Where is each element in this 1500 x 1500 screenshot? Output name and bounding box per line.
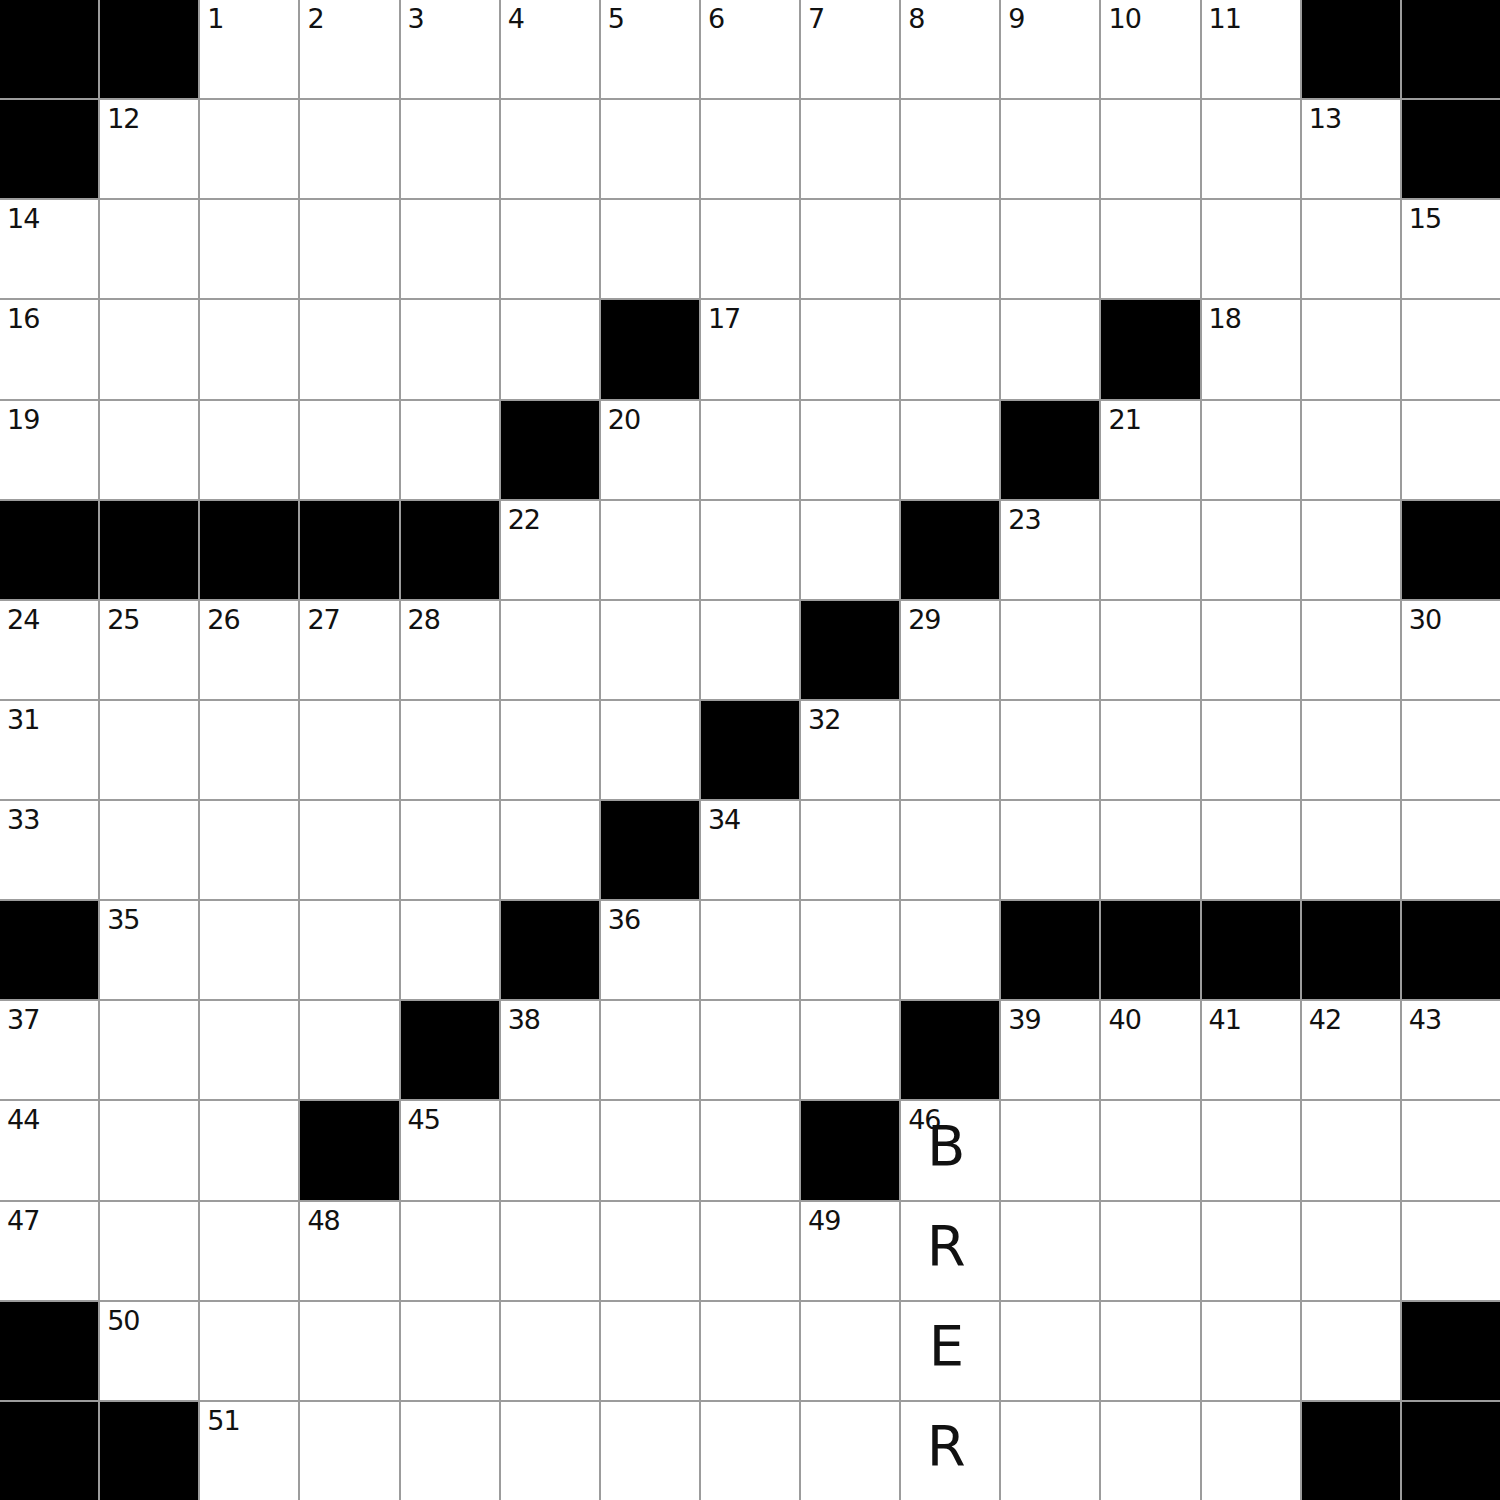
cell-8-5[interactable] [501, 801, 599, 899]
cell-13-3[interactable] [300, 1302, 398, 1400]
cell-3-5[interactable] [501, 300, 599, 398]
clue-number: 42 [1309, 1005, 1341, 1035]
block-cell-5-3 [300, 501, 398, 599]
block-cell-6-8 [801, 601, 899, 699]
cell-13-6[interactable] [601, 1302, 699, 1400]
cell-1-13[interactable]: 13 [1302, 100, 1400, 198]
cell-11-10[interactable] [1001, 1101, 1099, 1199]
clue-number: 15 [1409, 204, 1441, 234]
cell-13-1[interactable]: 50 [100, 1302, 198, 1400]
clue-number: 34 [708, 805, 740, 835]
cell-1-8[interactable] [801, 100, 899, 198]
cell-1-9[interactable] [901, 100, 999, 198]
block-cell-9-11 [1101, 901, 1199, 999]
block-cell-14-0 [0, 1402, 98, 1500]
cell-1-12[interactable] [1202, 100, 1300, 198]
cell-3-9[interactable] [901, 300, 999, 398]
cell-12-5[interactable] [501, 1202, 599, 1300]
cell-3-13[interactable] [1302, 300, 1400, 398]
cell-13-5[interactable] [501, 1302, 599, 1400]
cell-1-6[interactable] [601, 100, 699, 198]
clue-number: 20 [608, 405, 640, 435]
block-cell-14-14 [1402, 1402, 1500, 1500]
block-cell-14-1 [100, 1402, 198, 1500]
cell-14-7[interactable] [701, 1402, 799, 1500]
cell-0-6[interactable]: 5 [601, 0, 699, 98]
cell-11-0[interactable]: 44 [0, 1101, 98, 1199]
cell-14-9[interactable]: R [901, 1402, 999, 1500]
cell-5-10[interactable]: 23 [1001, 501, 1099, 599]
cell-14-12[interactable] [1202, 1402, 1300, 1500]
cell-6-1[interactable]: 25 [100, 601, 198, 699]
cell-14-2[interactable]: 51 [200, 1402, 298, 1500]
block-cell-5-2 [200, 501, 298, 599]
clue-number: 47 [7, 1206, 39, 1236]
clue-number: 2 [307, 4, 323, 34]
cell-8-12[interactable] [1202, 801, 1300, 899]
cell-8-10[interactable] [1001, 801, 1099, 899]
clue-number: 28 [408, 605, 440, 635]
cell-letter: B [927, 1118, 965, 1174]
cell-11-11[interactable] [1101, 1101, 1199, 1199]
block-cell-9-10 [1001, 901, 1099, 999]
cell-0-2[interactable]: 1 [200, 0, 298, 98]
cell-8-7[interactable]: 34 [701, 801, 799, 899]
clue-number: 18 [1209, 304, 1241, 334]
cell-6-2[interactable]: 26 [200, 601, 298, 699]
cell-7-3[interactable] [300, 701, 398, 799]
cell-0-5[interactable]: 4 [501, 0, 599, 98]
cell-10-11[interactable]: 40 [1101, 1001, 1199, 1099]
crossword-board: 1234567891011121314151617181920212223242… [0, 0, 1500, 1500]
cell-3-10[interactable] [1001, 300, 1099, 398]
cell-0-10[interactable]: 9 [1001, 0, 1099, 98]
cell-6-11[interactable] [1101, 601, 1199, 699]
clue-number: 17 [708, 304, 740, 334]
cell-5-5[interactable]: 22 [501, 501, 599, 599]
cell-7-2[interactable] [200, 701, 298, 799]
block-cell-14-13 [1302, 1402, 1400, 1500]
clue-number: 9 [1008, 4, 1024, 34]
cell-10-5[interactable]: 38 [501, 1001, 599, 1099]
cell-0-4[interactable]: 3 [401, 0, 499, 98]
block-cell-8-6 [601, 801, 699, 899]
cell-12-14[interactable] [1402, 1202, 1500, 1300]
cell-4-13[interactable] [1302, 401, 1400, 499]
clue-number: 37 [7, 1005, 39, 1035]
cell-5-12[interactable] [1202, 501, 1300, 599]
cell-2-6[interactable] [601, 200, 699, 298]
clue-number: 3 [408, 4, 424, 34]
cell-13-9[interactable]: E [901, 1302, 999, 1400]
cell-11-13[interactable] [1302, 1101, 1400, 1199]
cell-10-14[interactable]: 43 [1402, 1001, 1500, 1099]
cell-12-0[interactable]: 47 [0, 1202, 98, 1300]
cell-6-10[interactable] [1001, 601, 1099, 699]
cell-14-4[interactable] [401, 1402, 499, 1500]
cell-1-5[interactable] [501, 100, 599, 198]
cell-12-7[interactable] [701, 1202, 799, 1300]
cell-7-0[interactable]: 31 [0, 701, 98, 799]
clue-number: 41 [1209, 1005, 1241, 1035]
cell-4-6[interactable]: 20 [601, 401, 699, 499]
clue-number: 32 [808, 705, 840, 735]
cell-13-4[interactable] [401, 1302, 499, 1400]
cell-0-12[interactable]: 11 [1202, 0, 1300, 98]
cell-7-6[interactable] [601, 701, 699, 799]
cell-9-8[interactable] [801, 901, 899, 999]
clue-number: 30 [1409, 605, 1441, 635]
cell-13-10[interactable] [1001, 1302, 1099, 1400]
cell-9-3[interactable] [300, 901, 398, 999]
clue-number: 13 [1309, 104, 1341, 134]
cell-8-1[interactable] [100, 801, 198, 899]
cell-13-8[interactable] [801, 1302, 899, 1400]
cell-12-12[interactable] [1202, 1202, 1300, 1300]
cell-14-3[interactable] [300, 1402, 398, 1500]
cell-10-1[interactable] [100, 1001, 198, 1099]
cell-11-1[interactable] [100, 1101, 198, 1199]
cell-7-9[interactable] [901, 701, 999, 799]
block-cell-13-14 [1402, 1302, 1500, 1400]
cell-11-5[interactable] [501, 1101, 599, 1199]
cell-5-11[interactable] [1101, 501, 1199, 599]
cell-8-13[interactable] [1302, 801, 1400, 899]
block-cell-9-14 [1402, 901, 1500, 999]
clue-number: 12 [107, 104, 139, 134]
clue-number: 43 [1409, 1005, 1441, 1035]
clue-number: 10 [1108, 4, 1140, 34]
block-cell-9-13 [1302, 901, 1400, 999]
cell-10-10[interactable]: 39 [1001, 1001, 1099, 1099]
cell-0-11[interactable]: 10 [1101, 0, 1199, 98]
cell-14-11[interactable] [1101, 1402, 1199, 1500]
cell-4-3[interactable] [300, 401, 398, 499]
cell-9-9[interactable] [901, 901, 999, 999]
cell-8-8[interactable] [801, 801, 899, 899]
block-cell-9-5 [501, 901, 599, 999]
cell-4-7[interactable] [701, 401, 799, 499]
cell-1-3[interactable] [300, 100, 398, 198]
cell-1-11[interactable] [1101, 100, 1199, 198]
clue-number: 4 [508, 4, 524, 34]
cell-12-10[interactable] [1001, 1202, 1099, 1300]
block-cell-7-7 [701, 701, 799, 799]
cell-10-3[interactable] [300, 1001, 398, 1099]
cell-4-14[interactable] [1402, 401, 1500, 499]
clue-number: 21 [1108, 405, 1140, 435]
clue-number: 11 [1209, 4, 1241, 34]
cell-3-2[interactable] [200, 300, 298, 398]
block-cell-0-14 [1402, 0, 1500, 98]
cell-3-14[interactable] [1402, 300, 1500, 398]
block-cell-13-0 [0, 1302, 98, 1400]
cell-3-4[interactable] [401, 300, 499, 398]
cell-12-6[interactable] [601, 1202, 699, 1300]
cell-7-13[interactable] [1302, 701, 1400, 799]
cell-8-0[interactable]: 33 [0, 801, 98, 899]
cell-10-0[interactable]: 37 [0, 1001, 98, 1099]
block-cell-1-0 [0, 100, 98, 198]
cell-12-11[interactable] [1101, 1202, 1199, 1300]
clue-number: 16 [7, 304, 39, 334]
cell-2-10[interactable] [1001, 200, 1099, 298]
cell-11-12[interactable] [1202, 1101, 1300, 1199]
cell-letter: R [927, 1218, 966, 1274]
cell-8-9[interactable] [901, 801, 999, 899]
cell-10-12[interactable]: 41 [1202, 1001, 1300, 1099]
cell-11-7[interactable] [701, 1101, 799, 1199]
cell-3-8[interactable] [801, 300, 899, 398]
block-cell-10-4 [401, 1001, 499, 1099]
cell-8-3[interactable] [300, 801, 398, 899]
block-cell-5-9 [901, 501, 999, 599]
cell-13-2[interactable] [200, 1302, 298, 1400]
cell-11-4[interactable]: 45 [401, 1101, 499, 1199]
cell-8-2[interactable] [200, 801, 298, 899]
clue-number: 6 [708, 4, 724, 34]
clue-number: 49 [808, 1206, 840, 1236]
cell-9-7[interactable] [701, 901, 799, 999]
cell-2-13[interactable] [1302, 200, 1400, 298]
cell-12-9[interactable]: R [901, 1202, 999, 1300]
cell-2-14[interactable]: 15 [1402, 200, 1500, 298]
cell-8-4[interactable] [401, 801, 499, 899]
block-cell-3-11 [1101, 300, 1199, 398]
cell-7-8[interactable]: 32 [801, 701, 899, 799]
cell-5-6[interactable] [601, 501, 699, 599]
block-cell-9-12 [1202, 901, 1300, 999]
cell-6-9[interactable]: 29 [901, 601, 999, 699]
cell-2-5[interactable] [501, 200, 599, 298]
cell-14-6[interactable] [601, 1402, 699, 1500]
cell-2-3[interactable] [300, 200, 398, 298]
cell-14-8[interactable] [801, 1402, 899, 1500]
block-cell-4-10 [1001, 401, 1099, 499]
cell-letter: R [927, 1418, 966, 1474]
cell-3-3[interactable] [300, 300, 398, 398]
block-cell-3-6 [601, 300, 699, 398]
clue-number: 1 [207, 4, 223, 34]
block-cell-10-9 [901, 1001, 999, 1099]
cell-2-0[interactable]: 14 [0, 200, 98, 298]
cell-10-8[interactable] [801, 1001, 899, 1099]
cell-10-6[interactable] [601, 1001, 699, 1099]
cell-4-2[interactable] [200, 401, 298, 499]
clue-number: 27 [307, 605, 339, 635]
clue-number: 50 [107, 1306, 139, 1336]
cell-6-3[interactable]: 27 [300, 601, 398, 699]
cell-1-1[interactable]: 12 [100, 100, 198, 198]
cell-12-2[interactable] [200, 1202, 298, 1300]
cell-6-13[interactable] [1302, 601, 1400, 699]
cell-12-1[interactable] [100, 1202, 198, 1300]
cell-4-8[interactable] [801, 401, 899, 499]
clue-number: 29 [908, 605, 940, 635]
block-cell-0-13 [1302, 0, 1400, 98]
clue-number: 8 [908, 4, 924, 34]
clue-number: 44 [7, 1105, 39, 1135]
clue-number: 33 [7, 805, 39, 835]
clue-number: 5 [608, 4, 624, 34]
cell-7-1[interactable] [100, 701, 198, 799]
cell-8-11[interactable] [1101, 801, 1199, 899]
cell-2-4[interactable] [401, 200, 499, 298]
cell-2-11[interactable] [1101, 200, 1199, 298]
cell-7-11[interactable] [1101, 701, 1199, 799]
clue-number: 40 [1108, 1005, 1140, 1035]
clue-number: 48 [307, 1206, 339, 1236]
cell-6-5[interactable] [501, 601, 599, 699]
cell-2-2[interactable] [200, 200, 298, 298]
cell-5-8[interactable] [801, 501, 899, 599]
clue-number: 26 [207, 605, 239, 635]
cell-7-12[interactable] [1202, 701, 1300, 799]
block-cell-1-14 [1402, 100, 1500, 198]
cell-2-9[interactable] [901, 200, 999, 298]
clue-number: 22 [508, 505, 540, 535]
cell-0-7[interactable]: 6 [701, 0, 799, 98]
cell-10-13[interactable]: 42 [1302, 1001, 1400, 1099]
cell-6-0[interactable]: 24 [0, 601, 98, 699]
clue-number: 19 [7, 405, 39, 435]
clue-number: 36 [608, 905, 640, 935]
cell-7-10[interactable] [1001, 701, 1099, 799]
cell-11-9[interactable]: 46B [901, 1101, 999, 1199]
cell-0-8[interactable]: 7 [801, 0, 899, 98]
block-cell-5-1 [100, 501, 198, 599]
clue-number: 25 [107, 605, 139, 635]
cell-4-0[interactable]: 19 [0, 401, 98, 499]
block-cell-9-0 [0, 901, 98, 999]
cell-9-6[interactable]: 36 [601, 901, 699, 999]
block-cell-4-5 [501, 401, 599, 499]
block-cell-5-4 [401, 501, 499, 599]
clue-number: 23 [1008, 505, 1040, 535]
cell-1-2[interactable] [200, 100, 298, 198]
clue-number: 39 [1008, 1005, 1040, 1035]
clue-number: 51 [207, 1406, 239, 1436]
cell-7-5[interactable] [501, 701, 599, 799]
cell-0-3[interactable]: 2 [300, 0, 398, 98]
cell-10-2[interactable] [200, 1001, 298, 1099]
cell-11-2[interactable] [200, 1101, 298, 1199]
cell-1-10[interactable] [1001, 100, 1099, 198]
cell-3-0[interactable]: 16 [0, 300, 98, 398]
cell-13-12[interactable] [1202, 1302, 1300, 1400]
cell-3-7[interactable]: 17 [701, 300, 799, 398]
cell-4-9[interactable] [901, 401, 999, 499]
cell-1-4[interactable] [401, 100, 499, 198]
cell-9-4[interactable] [401, 901, 499, 999]
clue-number: 31 [7, 705, 39, 735]
cell-5-7[interactable] [701, 501, 799, 599]
cell-2-12[interactable] [1202, 200, 1300, 298]
block-cell-11-3 [300, 1101, 398, 1199]
cell-7-14[interactable] [1402, 701, 1500, 799]
cell-0-9[interactable]: 8 [901, 0, 999, 98]
block-cell-0-1 [100, 0, 198, 98]
cell-7-4[interactable] [401, 701, 499, 799]
cell-6-12[interactable] [1202, 601, 1300, 699]
cell-12-13[interactable] [1302, 1202, 1400, 1300]
cell-6-7[interactable] [701, 601, 799, 699]
cell-11-14[interactable] [1402, 1101, 1500, 1199]
cell-2-8[interactable] [801, 200, 899, 298]
cell-6-14[interactable]: 30 [1402, 601, 1500, 699]
clue-number: 24 [7, 605, 39, 635]
cell-6-4[interactable]: 28 [401, 601, 499, 699]
block-cell-5-14 [1402, 501, 1500, 599]
cell-3-1[interactable] [100, 300, 198, 398]
cell-9-2[interactable] [200, 901, 298, 999]
cell-6-6[interactable] [601, 601, 699, 699]
cell-14-5[interactable] [501, 1402, 599, 1500]
cell-13-13[interactable] [1302, 1302, 1400, 1400]
cell-1-7[interactable] [701, 100, 799, 198]
cell-4-11[interactable]: 21 [1101, 401, 1199, 499]
cell-4-12[interactable] [1202, 401, 1300, 499]
cell-letter: E [929, 1318, 964, 1374]
clue-number: 14 [7, 204, 39, 234]
clue-number: 45 [408, 1105, 440, 1135]
clue-number: 7 [808, 4, 824, 34]
block-cell-5-0 [0, 501, 98, 599]
cell-11-6[interactable] [601, 1101, 699, 1199]
cell-9-1[interactable]: 35 [100, 901, 198, 999]
cell-14-10[interactable] [1001, 1402, 1099, 1500]
cell-13-11[interactable] [1101, 1302, 1199, 1400]
cell-4-4[interactable] [401, 401, 499, 499]
block-cell-0-0 [0, 0, 98, 98]
cell-5-13[interactable] [1302, 501, 1400, 599]
cell-13-7[interactable] [701, 1302, 799, 1400]
cell-2-1[interactable] [100, 200, 198, 298]
cell-12-3[interactable]: 48 [300, 1202, 398, 1300]
cell-10-7[interactable] [701, 1001, 799, 1099]
clue-number: 35 [107, 905, 139, 935]
cell-8-14[interactable] [1402, 801, 1500, 899]
block-cell-11-8 [801, 1101, 899, 1199]
cell-4-1[interactable] [100, 401, 198, 499]
cell-3-12[interactable]: 18 [1202, 300, 1300, 398]
cell-12-4[interactable] [401, 1202, 499, 1300]
cell-12-8[interactable]: 49 [801, 1202, 899, 1300]
clue-number: 38 [508, 1005, 540, 1035]
cell-2-7[interactable] [701, 200, 799, 298]
